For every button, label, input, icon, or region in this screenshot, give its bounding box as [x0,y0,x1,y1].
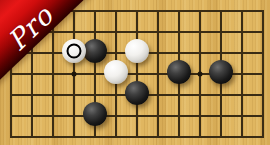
circle-marker [67,44,82,59]
black-stone [209,60,233,84]
black-stone [125,81,149,105]
white-stone [125,39,149,63]
black-stone [83,102,107,126]
black-stone [83,39,107,63]
go-app-screen: Pro [0,0,270,145]
star-point [198,72,203,77]
black-stone [167,60,191,84]
white-stone [104,60,128,84]
star-point [72,72,77,77]
